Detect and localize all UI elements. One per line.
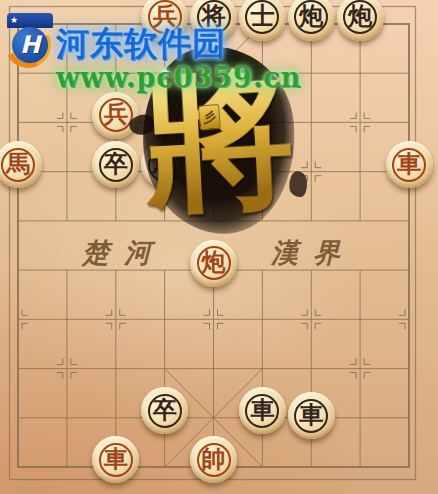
watermark-site-url: www.pc0359.cn (56, 62, 301, 93)
site-logo-icon: ★ H (5, 13, 59, 71)
xiangqi-board: 楚河 漢界 兵将士炮炮士兵馬卒馬車炮卒車車車帥 將 彡 ✦ ★ H 河东软件园 … (0, 0, 438, 494)
piece-red-炮[interactable]: 炮 (190, 240, 237, 287)
logo-letter: H (12, 27, 48, 63)
river-label-left: 楚河 (74, 235, 166, 271)
piece-black-車[interactable]: 車 (288, 392, 335, 439)
river-label-right: 漢界 (263, 235, 355, 271)
gold-seal-icon: 彡 (198, 104, 221, 131)
piece-black-炮[interactable]: 炮 (288, 0, 335, 41)
piece-black-車[interactable]: 車 (239, 387, 286, 434)
watermark-site-name: 河东软件园 (56, 22, 226, 67)
piece-black-炮[interactable]: 炮 (337, 0, 384, 41)
piece-red-車[interactable]: 車 (386, 141, 433, 188)
